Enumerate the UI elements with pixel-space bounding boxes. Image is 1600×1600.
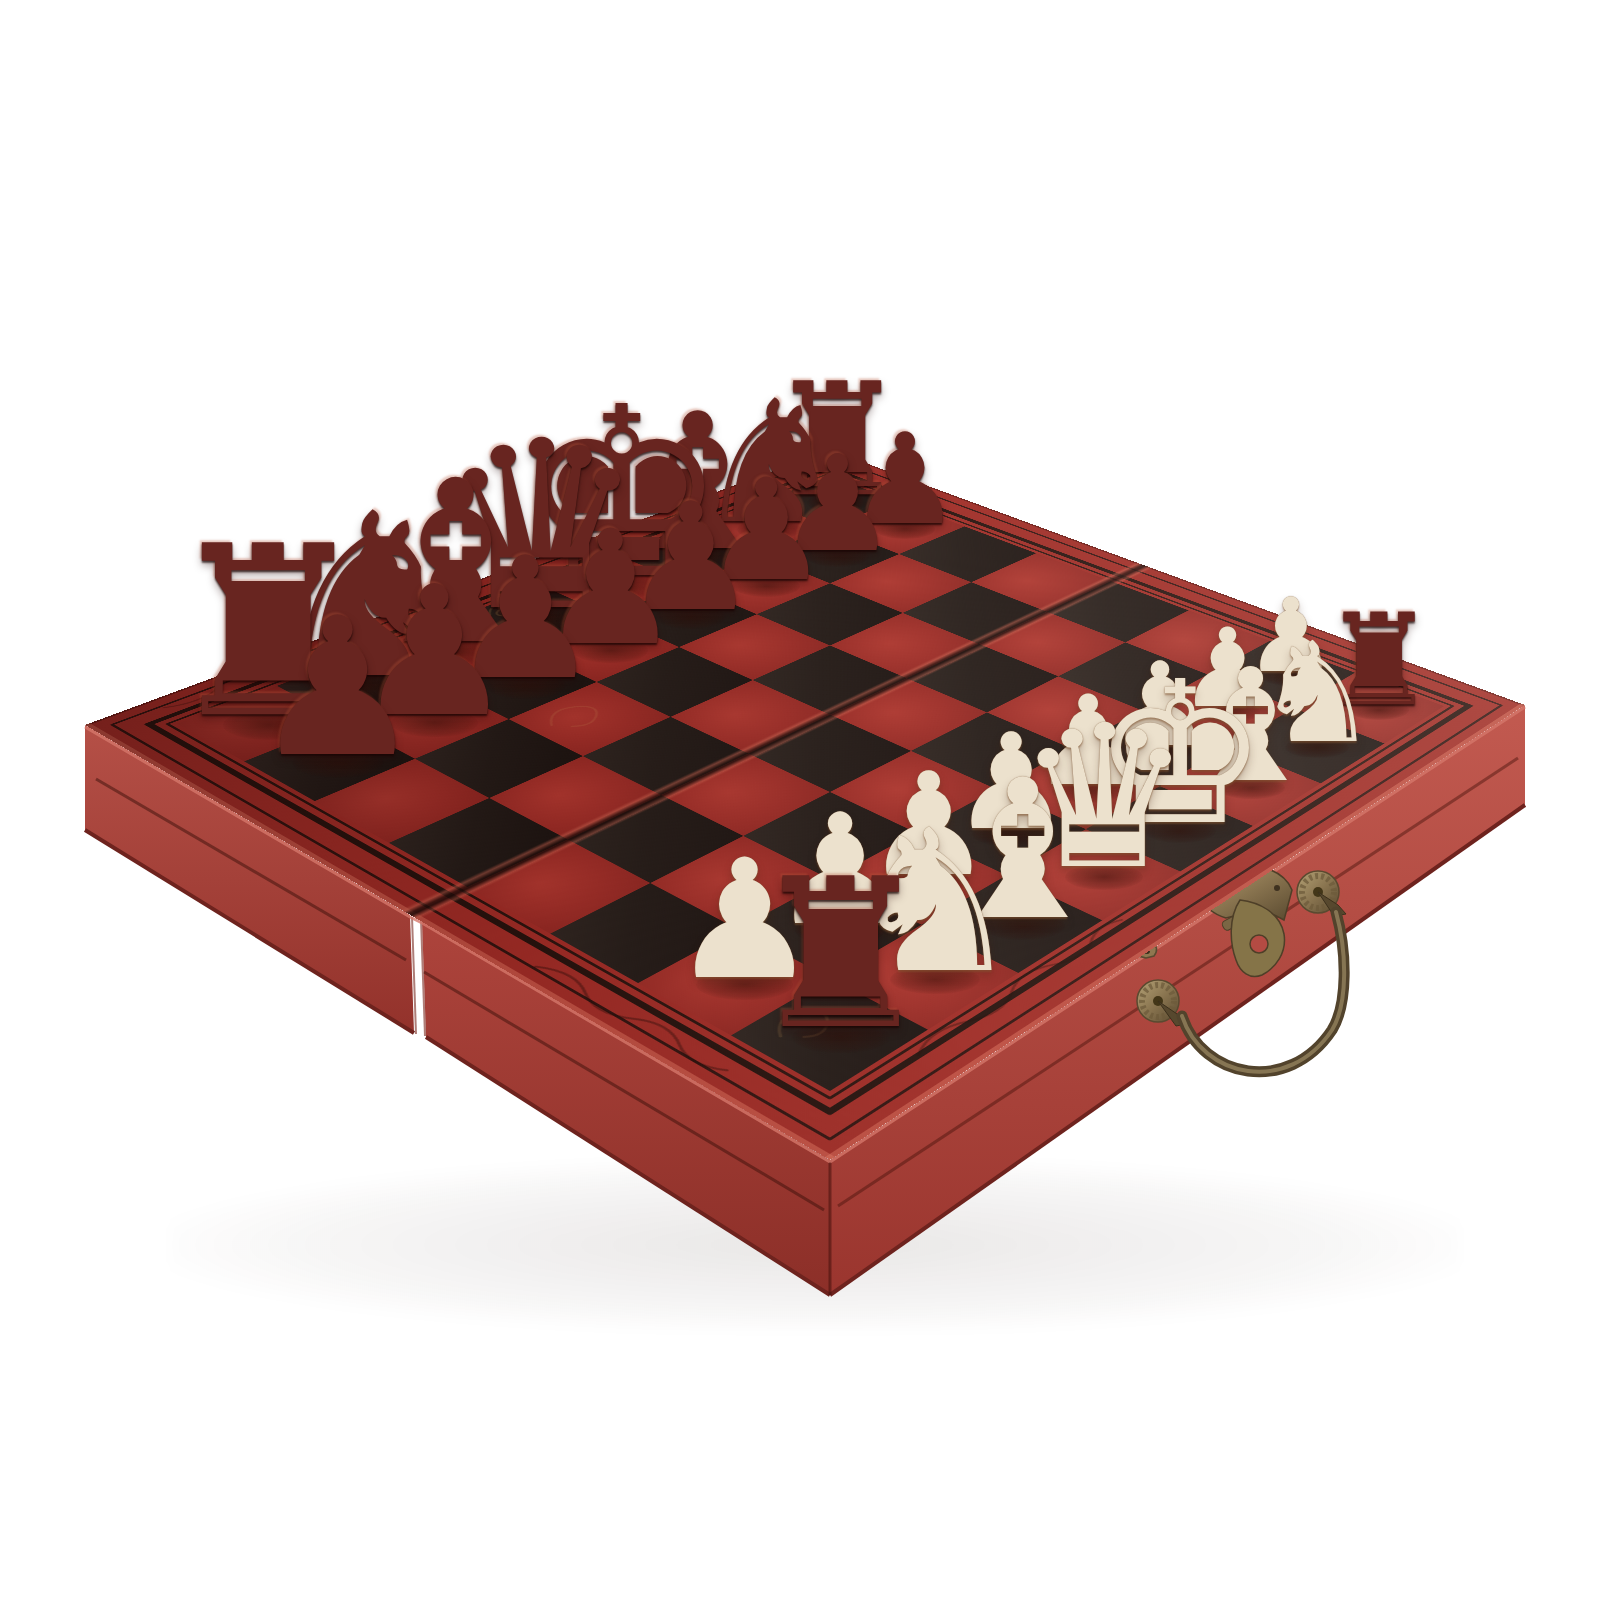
pieces-layer: ♜♟♞♟♝♟♚♟♛♟♝♟♟♞♜♟♟♜♞♟♟♝♟♚♟♛♟♝♟♞♟♜ [0, 0, 1600, 1600]
piece-white-rook-a1[interactable]: ♜ [737, 852, 944, 1059]
chess-set-photo: Vintage Chinese folding chess set: red a… [0, 0, 1600, 1600]
piece-red-pawn-a7[interactable]: ♟ [242, 592, 434, 784]
